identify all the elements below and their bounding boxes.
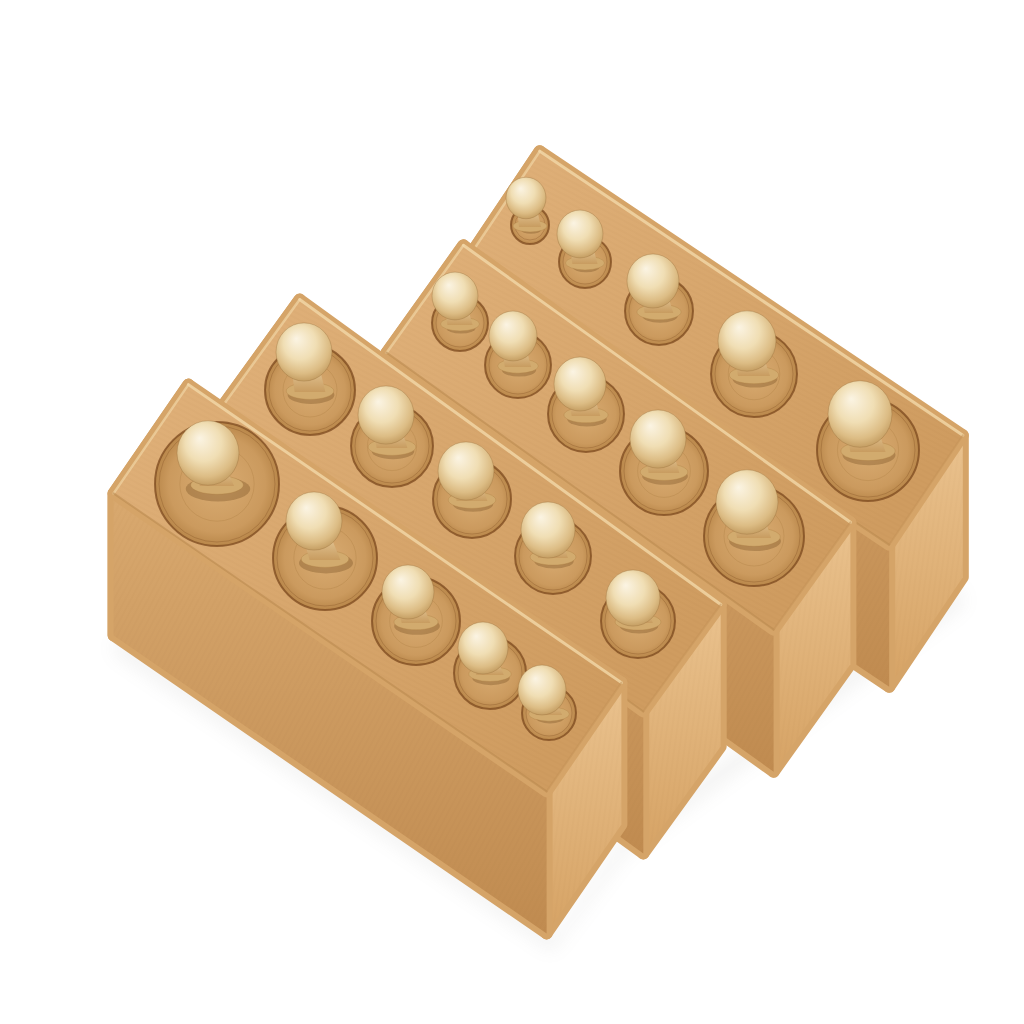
knob-ball — [276, 323, 332, 381]
cylinder-blocks-scene — [0, 0, 1024, 1024]
product-photo — [0, 0, 1024, 1024]
knob-ball — [630, 410, 686, 468]
knob-ball — [606, 570, 660, 626]
knob-ball — [432, 272, 478, 320]
knob-ball — [554, 357, 606, 411]
knob-ball — [506, 177, 546, 219]
knob-ball — [557, 210, 603, 258]
knob-ball — [627, 254, 679, 308]
knob-ball — [358, 386, 414, 444]
knob-ball — [438, 442, 494, 500]
knob-ball — [177, 421, 239, 485]
knob-ball — [718, 311, 776, 371]
knob-ball — [458, 622, 508, 674]
knob-ball — [286, 492, 342, 550]
knob-ball — [716, 470, 778, 534]
knob-ball — [489, 311, 537, 361]
knob-ball — [382, 565, 434, 619]
block-4-cylinder-1[interactable] — [506, 177, 549, 244]
block-1-cylinder-1[interactable] — [155, 421, 279, 546]
knob-ball — [828, 381, 892, 448]
knob-ball — [518, 665, 566, 715]
knob-ball — [521, 502, 575, 558]
